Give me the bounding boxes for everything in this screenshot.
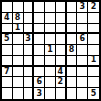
cell-r3c3[interactable] xyxy=(24,24,35,35)
cell-r4c3: 3 xyxy=(24,34,35,45)
cell-r2c2: 8 xyxy=(13,13,24,24)
cell-r9c1[interactable] xyxy=(2,88,13,99)
cell-r8c5[interactable] xyxy=(45,77,56,88)
cell-r5c3[interactable] xyxy=(24,45,35,56)
cell-r2c1: 4 xyxy=(2,13,13,24)
cell-r4c7[interactable] xyxy=(67,34,78,45)
cell-r3c5[interactable] xyxy=(45,24,56,35)
cell-r9c6[interactable] xyxy=(56,88,67,99)
cell-r7c3[interactable] xyxy=(24,67,35,78)
cell-r9c3[interactable] xyxy=(24,88,35,99)
cell-r8c2[interactable] xyxy=(13,77,24,88)
cell-r8c6: 2 xyxy=(56,77,67,88)
cell-r7c8[interactable] xyxy=(77,67,88,78)
cell-r5c9[interactable] xyxy=(88,45,99,56)
sudoku-board: 32481536181746235 xyxy=(0,0,101,101)
cell-r9c5[interactable] xyxy=(45,88,56,99)
cell-r1c9: 2 xyxy=(88,2,99,13)
cell-r7c2[interactable] xyxy=(13,67,24,78)
cell-r4c4[interactable] xyxy=(34,34,45,45)
cell-r8c7[interactable] xyxy=(67,77,78,88)
cell-r1c7[interactable] xyxy=(67,2,78,13)
cell-r5c2[interactable] xyxy=(13,45,24,56)
cell-r1c4[interactable] xyxy=(34,2,45,13)
cell-r3c4[interactable] xyxy=(34,24,45,35)
cell-r5c5: 1 xyxy=(45,45,56,56)
cell-r8c1[interactable] xyxy=(2,77,13,88)
cell-r8c8[interactable] xyxy=(77,77,88,88)
cell-r4c1: 5 xyxy=(2,34,13,45)
cell-r3c6[interactable] xyxy=(56,24,67,35)
cell-r4c5[interactable] xyxy=(45,34,56,45)
cell-r2c5[interactable] xyxy=(45,13,56,24)
cell-r1c2[interactable] xyxy=(13,2,24,13)
cell-r2c4[interactable] xyxy=(34,13,45,24)
cell-r3c2: 1 xyxy=(13,24,24,35)
cell-r8c4: 6 xyxy=(34,77,45,88)
cell-r2c3[interactable] xyxy=(24,13,35,24)
cell-r5c8[interactable] xyxy=(77,45,88,56)
cell-r1c1[interactable] xyxy=(2,2,13,13)
cell-r7c7[interactable] xyxy=(67,67,78,78)
cell-r2c6[interactable] xyxy=(56,13,67,24)
cell-r6c1[interactable] xyxy=(2,56,13,67)
cell-r4c6[interactable] xyxy=(56,34,67,45)
cell-r7c4[interactable] xyxy=(34,67,45,78)
cell-r5c6[interactable] xyxy=(56,45,67,56)
cell-r9c8[interactable] xyxy=(77,88,88,99)
cell-r3c1[interactable] xyxy=(2,24,13,35)
cell-r2c9[interactable] xyxy=(88,13,99,24)
cell-r6c2[interactable] xyxy=(13,56,24,67)
cell-r8c9[interactable] xyxy=(88,77,99,88)
cell-r6c9: 1 xyxy=(88,56,99,67)
cell-r3c8[interactable] xyxy=(77,24,88,35)
cell-r5c7: 8 xyxy=(67,45,78,56)
cell-r4c8: 6 xyxy=(77,34,88,45)
cell-r6c6[interactable] xyxy=(56,56,67,67)
cell-r3c7[interactable] xyxy=(67,24,78,35)
cell-r3c9[interactable] xyxy=(88,24,99,35)
cell-r1c6[interactable] xyxy=(56,2,67,13)
cell-r7c5[interactable] xyxy=(45,67,56,78)
cell-r9c4: 3 xyxy=(34,88,45,99)
cell-r7c6: 4 xyxy=(56,67,67,78)
cell-r6c7[interactable] xyxy=(67,56,78,67)
cell-r1c8: 3 xyxy=(77,2,88,13)
cell-r5c1[interactable] xyxy=(2,45,13,56)
cell-r2c8[interactable] xyxy=(77,13,88,24)
cell-r1c5[interactable] xyxy=(45,2,56,13)
cell-r4c9[interactable] xyxy=(88,34,99,45)
cell-r6c5[interactable] xyxy=(45,56,56,67)
cell-r6c8[interactable] xyxy=(77,56,88,67)
cell-r9c9: 5 xyxy=(88,88,99,99)
cell-r9c7[interactable] xyxy=(67,88,78,99)
cell-r5c4[interactable] xyxy=(34,45,45,56)
cell-r4c2[interactable] xyxy=(13,34,24,45)
cell-r2c7[interactable] xyxy=(67,13,78,24)
cell-r6c3[interactable] xyxy=(24,56,35,67)
cell-r7c1: 7 xyxy=(2,67,13,78)
cell-r6c4[interactable] xyxy=(34,56,45,67)
cell-r8c3[interactable] xyxy=(24,77,35,88)
cell-r1c3[interactable] xyxy=(24,2,35,13)
cell-r7c9[interactable] xyxy=(88,67,99,78)
cell-r9c2[interactable] xyxy=(13,88,24,99)
